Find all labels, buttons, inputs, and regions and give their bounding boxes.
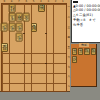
file-label: 9 bbox=[3, 0, 5, 3]
file-label: 6 bbox=[25, 0, 27, 3]
last-move-text: △６二金(61) bbox=[73, 13, 93, 17]
file-label: 3 bbox=[47, 0, 49, 3]
piece-gote-8三[interactable]: 歩 bbox=[9, 23, 16, 32]
rank-label: 三 bbox=[68, 26, 71, 29]
move-count-text: 手数＝8 まで bbox=[73, 18, 96, 22]
piece-gote-9三[interactable]: 歩 bbox=[1, 23, 8, 32]
shogi-app-window: 987654321 一二三四五六七八九 桂飛玉銀金歩歩歩角歩香 ▲0:00 / … bbox=[0, 0, 100, 100]
piece-gote-8一[interactable]: 桂 bbox=[9, 4, 16, 13]
hoshi-dot bbox=[23, 63, 24, 64]
hand-piece[interactable]: 銀 bbox=[84, 48, 89, 55]
hand-piece[interactable]: 金 bbox=[72, 48, 77, 55]
file-label: 4 bbox=[40, 0, 42, 3]
file-label: 7 bbox=[18, 0, 20, 3]
hand-piece[interactable]: 歩 bbox=[72, 56, 77, 63]
hand-pieces: 金金銀銀歩 bbox=[72, 48, 96, 63]
rank-label: 九 bbox=[68, 85, 71, 88]
piece-sente-4一[interactable]: 飛 bbox=[38, 4, 45, 13]
rank-label: 四 bbox=[68, 36, 71, 39]
rank-label: 六 bbox=[68, 56, 71, 59]
piece-gote-6二[interactable]: 金 bbox=[23, 13, 30, 22]
sente-clock: ▲0:00 / 00:00:00 bbox=[73, 4, 100, 8]
shogi-board[interactable]: 987654321 一二三四五六七八九 桂飛玉銀金歩歩歩角歩香 bbox=[0, 0, 70, 92]
gote-clock: △0:00 / 00:00:00 bbox=[73, 8, 100, 12]
hand-piece[interactable]: 銀 bbox=[91, 48, 96, 55]
file-label: 8 bbox=[11, 0, 13, 3]
rank-label: 八 bbox=[68, 75, 71, 78]
file-label: 2 bbox=[55, 0, 57, 3]
file-label: 1 bbox=[62, 0, 64, 3]
hoshi-dot bbox=[45, 33, 46, 34]
rank-label: 五 bbox=[68, 46, 71, 49]
stand-label: 先手 bbox=[79, 43, 89, 47]
piece-gote-7三[interactable]: 歩 bbox=[16, 23, 23, 32]
sente-piece-stand[interactable]: 先手 金金銀銀歩 bbox=[71, 44, 97, 87]
rank-label: 一 bbox=[68, 6, 71, 9]
piece-gote-7四[interactable]: 歩 bbox=[16, 33, 23, 42]
piece-gote-7二[interactable]: 銀 bbox=[16, 13, 23, 22]
rank-label: 七 bbox=[68, 66, 71, 69]
hoshi-dot bbox=[45, 63, 46, 64]
piece-gote-8二[interactable]: 玉 bbox=[9, 13, 16, 22]
rank-label: 二 bbox=[68, 16, 71, 19]
hoshi-dot bbox=[23, 33, 24, 34]
hand-piece[interactable]: 金 bbox=[78, 48, 83, 55]
piece-sente-9五[interactable]: 香 bbox=[1, 43, 8, 52]
file-label: 5 bbox=[33, 0, 35, 3]
turn-indicator: 先手番 bbox=[73, 23, 83, 27]
piece-sente-5三[interactable]: 角 bbox=[31, 23, 38, 32]
game-info-panel: ▲0:00 / 00:00:00 △0:00 / 00:00:00 △６二金(6… bbox=[71, 0, 100, 43]
